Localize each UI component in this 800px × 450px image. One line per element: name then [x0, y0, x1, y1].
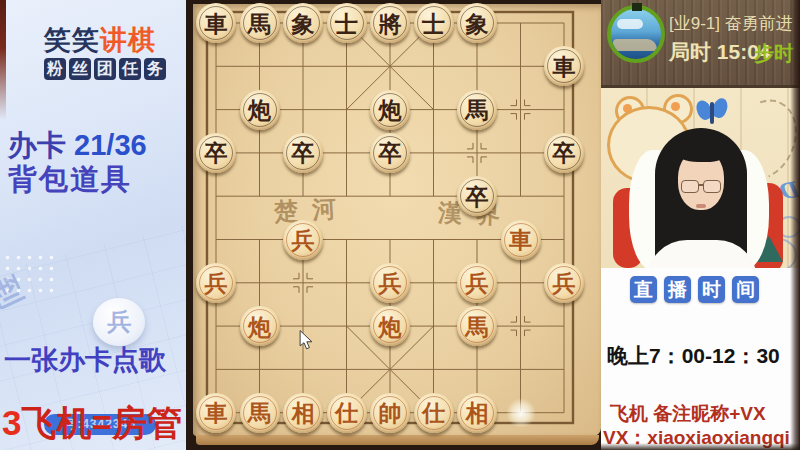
piece-glyph: 士 — [422, 12, 445, 35]
contact-line-1: 飞机 备注昵称+VX — [610, 401, 766, 427]
piece-glyph: 兵 — [292, 228, 315, 251]
fan-badge: 任 — [119, 58, 141, 80]
piece-red-車[interactable]: 車 — [501, 220, 541, 260]
piece-red-兵[interactable]: 兵 — [283, 220, 323, 260]
piece-glyph: 車 — [509, 228, 532, 251]
piece-black-士[interactable]: 士 — [327, 3, 367, 43]
card-progress-label: 办卡 — [8, 129, 66, 161]
piece-glyph: 兵 — [379, 271, 402, 294]
piece-glyph: 卒 — [205, 141, 228, 164]
piece-glyph: 兵 — [466, 271, 489, 294]
channel-title: 笑笑讲棋 — [44, 22, 156, 58]
piece-glyph: 炮 — [248, 98, 271, 121]
streamer-mouth — [696, 204, 706, 208]
piece-red-相[interactable]: 相 — [457, 393, 497, 433]
piece-black-卒[interactable]: 卒 — [370, 133, 410, 173]
piece-glyph: 馬 — [248, 12, 271, 35]
promo-prefix: 3 — [2, 403, 21, 442]
piece-red-相[interactable]: 相 — [283, 393, 323, 433]
piece-red-仕[interactable]: 仕 — [414, 393, 454, 433]
glasses-icon — [681, 180, 721, 192]
piece-glyph: 仕 — [335, 401, 358, 424]
left-sidebar: 笑笑讲棋 粉 丝 团 任 务 办卡 21/36 背包道具 到 兵 一张办卡点歌 … — [0, 0, 186, 450]
piece-glyph: 馬 — [466, 315, 489, 338]
piece-black-將[interactable]: 將 — [370, 3, 410, 43]
piece-glyph: 象 — [292, 12, 315, 35]
fan-badge: 团 — [94, 58, 116, 80]
fan-badge: 丝 — [69, 58, 91, 80]
piece-glyph: 卒 — [553, 141, 576, 164]
fan-club-task-badges: 粉 丝 团 任 务 — [44, 58, 166, 80]
piece-red-車[interactable]: 車 — [196, 393, 236, 433]
piece-glyph: 象 — [466, 12, 489, 35]
channel-title-primary: 笑笑 — [44, 25, 100, 55]
piece-red-仕[interactable]: 仕 — [327, 393, 367, 433]
piece-red-帥[interactable]: 帥 — [370, 393, 410, 433]
piece-glyph: 車 — [205, 12, 228, 35]
piece-glyph: 馬 — [466, 98, 489, 121]
promo-line: 3飞机=房管 — [2, 400, 182, 447]
piece-glyph: 兵 — [205, 271, 228, 294]
move-timer-label: 步时 — [754, 40, 794, 67]
fan-badge: 粉 — [44, 58, 66, 80]
piece-glyph: 炮 — [379, 315, 402, 338]
avatar-notch — [632, 3, 642, 11]
background-piece-illustration: 兵 — [93, 298, 145, 346]
schedule-text: 晚上7：00-12：30 — [607, 342, 780, 370]
player-header: [业9-1] 奋勇前进 局时 15:04 步时 — [601, 0, 800, 88]
piece-red-兵[interactable]: 兵 — [196, 263, 236, 303]
right-column: [业9-1] 奋勇前进 局时 15:04 步时 Disney — [601, 0, 800, 450]
live-badge: 播 — [664, 276, 691, 303]
piece-glyph: 車 — [553, 55, 576, 78]
piece-black-卒[interactable]: 卒 — [457, 176, 497, 216]
xiangqi-board[interactable]: 楚河 漢界 車馬象士將士象車炮炮馬卒卒卒卒卒兵車兵兵兵兵炮炮馬車馬相仕帥仕相 — [186, 0, 601, 450]
last-move-glow — [506, 398, 536, 428]
piece-glyph: 相 — [466, 401, 489, 424]
piece-glyph: 馬 — [248, 401, 271, 424]
stream-screenshot: 笑笑讲棋 粉 丝 团 任 务 办卡 21/36 背包道具 到 兵 一张办卡点歌 … — [0, 0, 800, 450]
piece-glyph: 帥 — [379, 401, 402, 424]
live-badge: 直 — [630, 276, 657, 303]
game-timer-label: 局时 — [669, 40, 711, 63]
piece-glyph: 車 — [205, 401, 228, 424]
piece-black-士[interactable]: 士 — [414, 3, 454, 43]
right-edge-shadow — [790, 0, 800, 450]
piece-glyph: 卒 — [466, 185, 489, 208]
piece-black-卒[interactable]: 卒 — [283, 133, 323, 173]
piece-black-車[interactable]: 車 — [196, 3, 236, 43]
butterfly-icon — [693, 92, 733, 132]
piece-red-馬[interactable]: 馬 — [240, 393, 280, 433]
piece-red-馬[interactable]: 馬 — [457, 306, 497, 346]
piece-red-兵[interactable]: 兵 — [544, 263, 584, 303]
piece-glyph: 相 — [292, 401, 315, 424]
piece-glyph: 炮 — [379, 98, 402, 121]
piece-red-炮[interactable]: 炮 — [370, 306, 410, 346]
left-edge-shadow — [0, 0, 6, 120]
piece-black-卒[interactable]: 卒 — [196, 133, 236, 173]
player-avatar[interactable] — [607, 5, 665, 63]
live-badge: 时 — [698, 276, 725, 303]
piece-black-象[interactable]: 象 — [457, 3, 497, 43]
song-request-line: 一张办卡点歌 — [4, 342, 166, 378]
piece-black-炮[interactable]: 炮 — [240, 90, 280, 130]
piece-black-炮[interactable]: 炮 — [370, 90, 410, 130]
piece-glyph: 卒 — [379, 141, 402, 164]
bottom-edge-shadow — [601, 443, 800, 450]
piece-glyph: 炮 — [248, 315, 271, 338]
piece-black-卒[interactable]: 卒 — [544, 133, 584, 173]
streamer-fringe — [675, 140, 727, 162]
piece-glyph: 兵 — [553, 271, 576, 294]
webcam-feed: Disney — [601, 88, 800, 268]
piece-red-兵[interactable]: 兵 — [457, 263, 497, 303]
piece-black-馬[interactable]: 馬 — [457, 90, 497, 130]
board-grid — [186, 0, 601, 450]
live-badge: 间 — [732, 276, 759, 303]
live-time-badges: 直 播 时 间 — [630, 276, 759, 303]
piece-glyph: 卒 — [292, 141, 315, 164]
piece-red-兵[interactable]: 兵 — [370, 263, 410, 303]
piece-black-象[interactable]: 象 — [283, 3, 323, 43]
piece-black-馬[interactable]: 馬 — [240, 3, 280, 43]
info-panel: 直 播 时 间 晚上7：00-12：30 飞机 备注昵称+VX VX：xiaox… — [601, 268, 800, 450]
card-progress-count: 21/36 — [74, 129, 147, 161]
mouse-cursor-icon — [298, 330, 314, 354]
piece-red-炮[interactable]: 炮 — [240, 306, 280, 346]
piece-glyph: 士 — [335, 12, 358, 35]
promo-rest: 飞机=房管 — [21, 403, 181, 442]
player-name: [业9-1] 奋勇前进 — [669, 12, 793, 35]
piece-glyph: 仕 — [422, 401, 445, 424]
channel-title-accent: 讲棋 — [100, 25, 156, 55]
fan-badge: 务 — [144, 58, 166, 80]
piece-glyph: 將 — [379, 12, 402, 35]
backpack-line: 背包道具 — [8, 160, 132, 200]
